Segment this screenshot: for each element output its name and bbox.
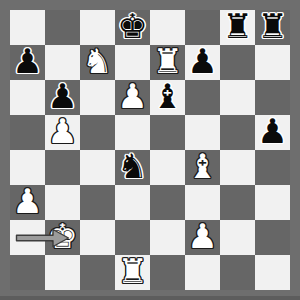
square-a1[interactable]	[10, 255, 45, 290]
square-h6[interactable]	[255, 80, 290, 115]
white-pawn-piece[interactable]: ♟	[12, 184, 42, 219]
white-knight-piece[interactable]: ♞	[82, 44, 112, 79]
black-pawn-piece[interactable]: ♟	[257, 114, 287, 149]
square-f3[interactable]	[185, 185, 220, 220]
square-h1[interactable]	[255, 255, 290, 290]
square-d7[interactable]	[115, 45, 150, 80]
square-a2[interactable]	[10, 220, 45, 255]
square-h5[interactable]: ♟	[255, 115, 290, 150]
black-king-piece[interactable]: ♚	[117, 9, 147, 44]
square-c4[interactable]	[80, 150, 115, 185]
square-b1[interactable]	[45, 255, 80, 290]
square-g8[interactable]: ♜	[220, 10, 255, 45]
white-king-piece[interactable]: ♚	[47, 219, 77, 254]
black-pawn-piece[interactable]: ♟	[47, 79, 77, 114]
square-b5[interactable]: ♟	[45, 115, 80, 150]
square-a5[interactable]	[10, 115, 45, 150]
square-e4[interactable]	[150, 150, 185, 185]
square-f4[interactable]: ♝	[185, 150, 220, 185]
board-bottom-edge	[0, 296, 300, 300]
black-rook-piece[interactable]: ♜	[257, 9, 287, 44]
square-e7[interactable]: ♜	[150, 45, 185, 80]
chess-diagram: ♚♜♜♟♞♜♟♟♟♝♟♟♞♝♟♚♟♜	[0, 0, 300, 300]
square-f2[interactable]: ♟	[185, 220, 220, 255]
square-f1[interactable]	[185, 255, 220, 290]
square-a7[interactable]: ♟	[10, 45, 45, 80]
square-c8[interactable]	[80, 10, 115, 45]
square-h3[interactable]	[255, 185, 290, 220]
white-bishop-piece[interactable]: ♝	[187, 149, 217, 184]
square-c3[interactable]	[80, 185, 115, 220]
square-a6[interactable]	[10, 80, 45, 115]
square-a3[interactable]: ♟	[10, 185, 45, 220]
square-g2[interactable]	[220, 220, 255, 255]
square-c7[interactable]: ♞	[80, 45, 115, 80]
square-b8[interactable]	[45, 10, 80, 45]
chess-board: ♚♜♜♟♞♜♟♟♟♝♟♟♞♝♟♚♟♜	[10, 10, 290, 290]
black-pawn-piece[interactable]: ♟	[12, 44, 42, 79]
square-g3[interactable]	[220, 185, 255, 220]
square-f7[interactable]: ♟	[185, 45, 220, 80]
square-d5[interactable]	[115, 115, 150, 150]
square-c6[interactable]	[80, 80, 115, 115]
square-g7[interactable]	[220, 45, 255, 80]
square-h7[interactable]	[255, 45, 290, 80]
square-g6[interactable]	[220, 80, 255, 115]
square-e6[interactable]: ♝	[150, 80, 185, 115]
square-d6[interactable]: ♟	[115, 80, 150, 115]
white-rook-piece[interactable]: ♜	[152, 44, 182, 79]
square-d4[interactable]: ♞	[115, 150, 150, 185]
white-pawn-piece[interactable]: ♟	[47, 114, 77, 149]
square-f6[interactable]	[185, 80, 220, 115]
square-d1[interactable]: ♜	[115, 255, 150, 290]
square-b3[interactable]	[45, 185, 80, 220]
square-c5[interactable]	[80, 115, 115, 150]
white-rook-piece[interactable]: ♜	[117, 254, 147, 289]
square-d2[interactable]	[115, 220, 150, 255]
square-a8[interactable]	[10, 10, 45, 45]
square-h8[interactable]: ♜	[255, 10, 290, 45]
square-h2[interactable]	[255, 220, 290, 255]
square-f8[interactable]	[185, 10, 220, 45]
square-a4[interactable]	[10, 150, 45, 185]
square-c1[interactable]	[80, 255, 115, 290]
black-bishop-piece[interactable]: ♝	[152, 79, 182, 114]
square-e2[interactable]	[150, 220, 185, 255]
square-h4[interactable]	[255, 150, 290, 185]
square-b7[interactable]	[45, 45, 80, 80]
square-e1[interactable]	[150, 255, 185, 290]
black-knight-piece[interactable]: ♞	[117, 149, 147, 184]
black-rook-piece[interactable]: ♜	[222, 9, 252, 44]
square-b6[interactable]: ♟	[45, 80, 80, 115]
square-g4[interactable]	[220, 150, 255, 185]
square-e8[interactable]	[150, 10, 185, 45]
square-c2[interactable]	[80, 220, 115, 255]
square-d8[interactable]: ♚	[115, 10, 150, 45]
black-pawn-piece[interactable]: ♟	[187, 44, 217, 79]
square-d3[interactable]	[115, 185, 150, 220]
white-pawn-piece[interactable]: ♟	[187, 219, 217, 254]
square-f5[interactable]	[185, 115, 220, 150]
white-pawn-piece[interactable]: ♟	[117, 79, 147, 114]
square-e3[interactable]	[150, 185, 185, 220]
square-g1[interactable]	[220, 255, 255, 290]
square-e5[interactable]	[150, 115, 185, 150]
square-b2[interactable]: ♚	[45, 220, 80, 255]
square-g5[interactable]	[220, 115, 255, 150]
square-b4[interactable]	[45, 150, 80, 185]
